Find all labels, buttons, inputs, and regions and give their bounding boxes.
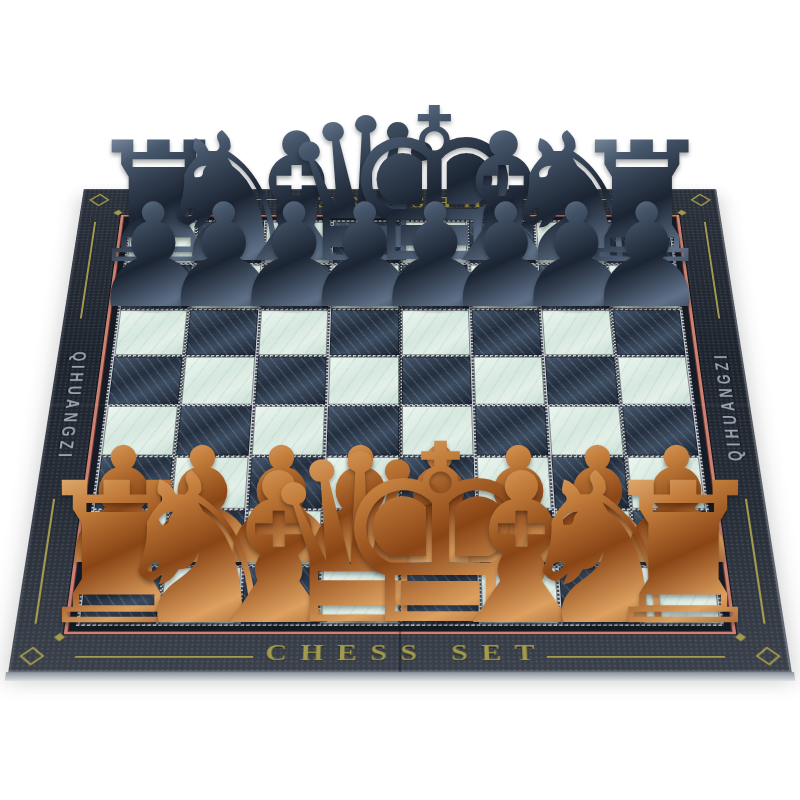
piece-white-rook-h1[interactable]: ♜: [596, 457, 771, 652]
square-b5[interactable]: [181, 357, 254, 404]
square-h5[interactable]: [617, 357, 692, 404]
square-a5[interactable]: [108, 357, 183, 404]
piece-black-pawn-h7[interactable]: ♟: [582, 185, 711, 328]
square-g5[interactable]: [545, 357, 618, 404]
product-photo: CHESS SET CHESS SET QIHUANGZI QIHUANGZI …: [0, 0, 800, 800]
square-c5[interactable]: [255, 357, 327, 404]
